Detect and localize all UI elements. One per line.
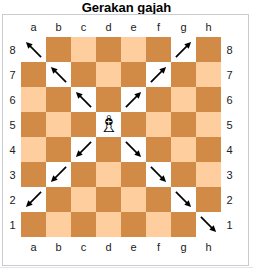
rank-left-label-5: 5 bbox=[4, 112, 21, 137]
square-e8 bbox=[121, 37, 146, 62]
up-right-arrow-icon bbox=[146, 62, 171, 87]
file-bottom-label-c: c bbox=[71, 237, 96, 257]
square-b4 bbox=[46, 137, 71, 162]
diagram-title: Gerakan gajah bbox=[0, 0, 253, 14]
rank-left-label-8: 8 bbox=[4, 37, 21, 62]
file-bottom-label-b: b bbox=[46, 237, 71, 257]
square-g3 bbox=[171, 162, 196, 187]
file-top-label-h: h bbox=[196, 17, 221, 37]
square-f6 bbox=[146, 87, 171, 112]
chess-diagram: Gerakan gajah abcdefgh8877665♗544332211a… bbox=[0, 0, 253, 268]
square-c8 bbox=[71, 37, 96, 62]
file-top-label-f: f bbox=[146, 17, 171, 37]
square-e5 bbox=[121, 112, 146, 137]
square-a4 bbox=[21, 137, 46, 162]
square-b1 bbox=[46, 212, 71, 237]
square-g5 bbox=[171, 112, 196, 137]
up-left-arrow-icon bbox=[46, 62, 71, 87]
square-d7 bbox=[96, 62, 121, 87]
square-b7 bbox=[46, 62, 71, 87]
square-e2 bbox=[121, 187, 146, 212]
rank-left-label-3: 3 bbox=[4, 162, 21, 187]
file-bottom-label-h: h bbox=[196, 237, 221, 257]
square-d4 bbox=[96, 137, 121, 162]
square-d8 bbox=[96, 37, 121, 62]
rank-right-label-1: 1 bbox=[221, 212, 238, 237]
corner-spacer bbox=[221, 17, 238, 37]
down-left-arrow-icon bbox=[46, 162, 71, 187]
square-a7 bbox=[21, 62, 46, 87]
square-f1 bbox=[146, 212, 171, 237]
corner-spacer bbox=[4, 17, 21, 37]
square-c1 bbox=[71, 212, 96, 237]
rank-right-label-7: 7 bbox=[221, 62, 238, 87]
rank-right-label-4: 4 bbox=[221, 137, 238, 162]
down-right-arrow-icon bbox=[146, 162, 171, 187]
square-g8 bbox=[171, 37, 196, 62]
down-left-arrow-icon bbox=[21, 187, 46, 212]
square-f8 bbox=[146, 37, 171, 62]
corner-spacer bbox=[221, 237, 238, 257]
white-bishop: ♗ bbox=[98, 112, 119, 137]
square-f5 bbox=[146, 112, 171, 137]
square-g2 bbox=[171, 187, 196, 212]
square-h1 bbox=[196, 212, 221, 237]
square-a8 bbox=[21, 37, 46, 62]
square-b5 bbox=[46, 112, 71, 137]
rank-right-label-8: 8 bbox=[221, 37, 238, 62]
file-top-label-b: b bbox=[46, 17, 71, 37]
chess-board: abcdefgh8877665♗544332211abcdefgh bbox=[3, 15, 248, 257]
square-g1 bbox=[171, 212, 196, 237]
square-h5 bbox=[196, 112, 221, 137]
file-bottom-label-d: d bbox=[96, 237, 121, 257]
square-e7 bbox=[121, 62, 146, 87]
corner-spacer bbox=[4, 237, 21, 257]
square-a1 bbox=[21, 212, 46, 237]
up-right-arrow-icon bbox=[121, 87, 146, 112]
square-h8 bbox=[196, 37, 221, 62]
down-right-arrow-icon bbox=[196, 212, 221, 237]
board-frame: abcdefgh8877665♗544332211abcdefgh bbox=[2, 14, 249, 266]
square-c5 bbox=[71, 112, 96, 137]
square-b2 bbox=[46, 187, 71, 212]
square-e3 bbox=[121, 162, 146, 187]
up-left-arrow-icon bbox=[21, 37, 46, 62]
square-b8 bbox=[46, 37, 71, 62]
down-right-arrow-icon bbox=[171, 187, 196, 212]
rank-left-label-2: 2 bbox=[4, 187, 21, 212]
square-h3 bbox=[196, 162, 221, 187]
square-c6 bbox=[71, 87, 96, 112]
square-e6 bbox=[121, 87, 146, 112]
square-h6 bbox=[196, 87, 221, 112]
rank-right-label-6: 6 bbox=[221, 87, 238, 112]
rank-left-label-7: 7 bbox=[4, 62, 21, 87]
file-bottom-label-a: a bbox=[21, 237, 46, 257]
square-g6 bbox=[171, 87, 196, 112]
square-c7 bbox=[71, 62, 96, 87]
rank-left-label-4: 4 bbox=[4, 137, 21, 162]
file-top-label-e: e bbox=[121, 17, 146, 37]
square-a5 bbox=[21, 112, 46, 137]
down-left-arrow-icon bbox=[71, 137, 96, 162]
square-e1 bbox=[121, 212, 146, 237]
square-g4 bbox=[171, 137, 196, 162]
square-f3 bbox=[146, 162, 171, 187]
file-top-label-g: g bbox=[171, 17, 196, 37]
square-h2 bbox=[196, 187, 221, 212]
square-f2 bbox=[146, 187, 171, 212]
square-a6 bbox=[21, 87, 46, 112]
file-top-label-c: c bbox=[71, 17, 96, 37]
square-b3 bbox=[46, 162, 71, 187]
square-a3 bbox=[21, 162, 46, 187]
file-top-label-a: a bbox=[21, 17, 46, 37]
square-d3 bbox=[96, 162, 121, 187]
rank-right-label-5: 5 bbox=[221, 112, 238, 137]
file-bottom-label-g: g bbox=[171, 237, 196, 257]
rank-right-label-3: 3 bbox=[221, 162, 238, 187]
square-e4 bbox=[121, 137, 146, 162]
square-c2 bbox=[71, 187, 96, 212]
square-h7 bbox=[196, 62, 221, 87]
file-top-label-d: d bbox=[96, 17, 121, 37]
up-left-arrow-icon bbox=[71, 87, 96, 112]
square-b6 bbox=[46, 87, 71, 112]
square-d6 bbox=[96, 87, 121, 112]
rank-right-label-2: 2 bbox=[221, 187, 238, 212]
rank-left-label-1: 1 bbox=[4, 212, 21, 237]
file-bottom-label-f: f bbox=[146, 237, 171, 257]
square-d5: ♗ bbox=[96, 112, 121, 137]
square-c4 bbox=[71, 137, 96, 162]
square-f7 bbox=[146, 62, 171, 87]
up-right-arrow-icon bbox=[171, 37, 196, 62]
down-right-arrow-icon bbox=[121, 137, 146, 162]
square-d2 bbox=[96, 187, 121, 212]
rank-left-label-6: 6 bbox=[4, 87, 21, 112]
square-a2 bbox=[21, 187, 46, 212]
file-bottom-label-e: e bbox=[121, 237, 146, 257]
square-h4 bbox=[196, 137, 221, 162]
square-d1 bbox=[96, 212, 121, 237]
square-f4 bbox=[146, 137, 171, 162]
square-g7 bbox=[171, 62, 196, 87]
square-c3 bbox=[71, 162, 96, 187]
